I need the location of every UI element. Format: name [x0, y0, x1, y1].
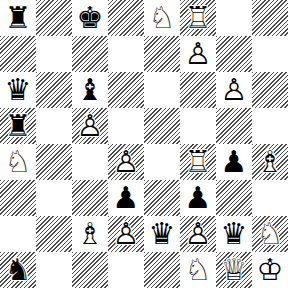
square-c2[interactable]: ♝♗: [72, 216, 108, 252]
square-b2[interactable]: [36, 216, 72, 252]
square-b6[interactable]: [36, 72, 72, 108]
white-bishop-h4: ♝♗: [252, 144, 288, 180]
square-c8[interactable]: ♚: [72, 0, 108, 36]
square-b8[interactable]: [36, 0, 72, 36]
black-pawn-d3: ♟: [108, 180, 144, 216]
square-c3[interactable]: [72, 180, 108, 216]
square-h7[interactable]: [252, 36, 288, 72]
square-b1[interactable]: [36, 252, 72, 288]
square-g4[interactable]: ♟: [216, 144, 252, 180]
square-f7[interactable]: ♟♙: [180, 36, 216, 72]
square-a8[interactable]: ♜: [0, 0, 36, 36]
square-f6[interactable]: [180, 72, 216, 108]
square-e2[interactable]: ♛: [144, 216, 180, 252]
square-c1[interactable]: [72, 252, 108, 288]
square-h1[interactable]: ♚♔: [252, 252, 288, 288]
black-pawn-g4: ♟: [216, 144, 252, 180]
square-h2[interactable]: ♞♘: [252, 216, 288, 252]
square-g3[interactable]: [216, 180, 252, 216]
square-g7[interactable]: [216, 36, 252, 72]
white-pawn-f2: ♟♙: [180, 216, 216, 252]
square-f2[interactable]: ♟♙: [180, 216, 216, 252]
square-a4[interactable]: ♞♘: [0, 144, 36, 180]
square-b3[interactable]: [36, 180, 72, 216]
square-f4[interactable]: ♜♖: [180, 144, 216, 180]
black-bishop-c6: ♝: [72, 72, 108, 108]
square-a3[interactable]: [0, 180, 36, 216]
black-king-c8: ♚: [72, 0, 108, 36]
square-g5[interactable]: [216, 108, 252, 144]
white-knight-f1: ♞♘: [180, 252, 216, 288]
piece-outline: ♘: [149, 3, 176, 33]
piece-outline: ♘: [257, 219, 284, 249]
piece-outline: ♖: [185, 3, 212, 33]
square-a7[interactable]: [0, 36, 36, 72]
black-queen-e2: ♛: [144, 216, 180, 252]
square-h6[interactable]: [252, 72, 288, 108]
square-g2[interactable]: ♛: [216, 216, 252, 252]
square-h4[interactable]: ♝♗: [252, 144, 288, 180]
white-queen-g1: ♛♕: [216, 252, 252, 288]
square-c7[interactable]: [72, 36, 108, 72]
square-e5[interactable]: [144, 108, 180, 144]
piece-outline: ♕: [221, 255, 248, 285]
square-a5[interactable]: ♜: [0, 108, 36, 144]
square-e1[interactable]: [144, 252, 180, 288]
square-d5[interactable]: [108, 108, 144, 144]
piece-outline: ♙: [77, 111, 104, 141]
piece-outline: ♙: [185, 39, 212, 69]
white-knight-h2: ♞♘: [252, 216, 288, 252]
white-rook-f4: ♜♖: [180, 144, 216, 180]
square-b4[interactable]: [36, 144, 72, 180]
black-pawn-f3: ♟: [180, 180, 216, 216]
square-d8[interactable]: [108, 0, 144, 36]
piece-outline: ♗: [257, 147, 284, 177]
square-d2[interactable]: ♟♙: [108, 216, 144, 252]
white-pawn-g6: ♟♙: [216, 72, 252, 108]
chess-board: ♜♚♞♘♜♖♟♙♛♝♟♙♜♟♙♞♘♟♙♜♖♟♝♗♟♟♝♗♟♙♛♟♙♛♞♘♞♞♘♛…: [0, 0, 288, 288]
white-king-h1: ♚♔: [252, 252, 288, 288]
piece-outline: ♔: [257, 255, 284, 285]
black-queen-a6: ♛: [0, 72, 36, 108]
piece-outline: ♙: [113, 219, 140, 249]
square-h8[interactable]: [252, 0, 288, 36]
white-knight-a4: ♞♘: [0, 144, 36, 180]
square-d7[interactable]: [108, 36, 144, 72]
square-a1[interactable]: ♞: [0, 252, 36, 288]
square-e3[interactable]: [144, 180, 180, 216]
square-c6[interactable]: ♝: [72, 72, 108, 108]
piece-outline: ♗: [77, 219, 104, 249]
square-g6[interactable]: ♟♙: [216, 72, 252, 108]
black-queen-g2: ♛: [216, 216, 252, 252]
square-h5[interactable]: [252, 108, 288, 144]
piece-outline: ♙: [113, 147, 140, 177]
piece-outline: ♖: [185, 147, 212, 177]
piece-outline: ♙: [185, 219, 212, 249]
white-pawn-d2: ♟♙: [108, 216, 144, 252]
square-d6[interactable]: [108, 72, 144, 108]
square-e8[interactable]: ♞♘: [144, 0, 180, 36]
square-f3[interactable]: ♟: [180, 180, 216, 216]
white-rook-f8: ♜♖: [180, 0, 216, 36]
square-d3[interactable]: ♟: [108, 180, 144, 216]
square-f8[interactable]: ♜♖: [180, 0, 216, 36]
square-e7[interactable]: [144, 36, 180, 72]
white-pawn-c5: ♟♙: [72, 108, 108, 144]
black-rook-a5: ♜: [0, 108, 36, 144]
square-d1[interactable]: [108, 252, 144, 288]
square-e6[interactable]: [144, 72, 180, 108]
square-c5[interactable]: ♟♙: [72, 108, 108, 144]
square-a6[interactable]: ♛: [0, 72, 36, 108]
square-e4[interactable]: [144, 144, 180, 180]
black-rook-a8: ♜: [0, 0, 36, 36]
square-g1[interactable]: ♛♕: [216, 252, 252, 288]
square-f5[interactable]: [180, 108, 216, 144]
piece-outline: ♘: [5, 147, 32, 177]
white-bishop-c2: ♝♗: [72, 216, 108, 252]
square-d4[interactable]: ♟♙: [108, 144, 144, 180]
black-knight-a1: ♞: [0, 252, 36, 288]
square-a2[interactable]: [0, 216, 36, 252]
square-f1[interactable]: ♞♘: [180, 252, 216, 288]
square-h3[interactable]: [252, 180, 288, 216]
white-knight-e8: ♞♘: [144, 0, 180, 36]
square-c4[interactable]: [72, 144, 108, 180]
square-g8[interactable]: [216, 0, 252, 36]
piece-outline: ♙: [221, 75, 248, 105]
square-b7[interactable]: [36, 36, 72, 72]
white-pawn-d4: ♟♙: [108, 144, 144, 180]
white-pawn-f7: ♟♙: [180, 36, 216, 72]
piece-outline: ♘: [185, 255, 212, 285]
square-b5[interactable]: [36, 108, 72, 144]
